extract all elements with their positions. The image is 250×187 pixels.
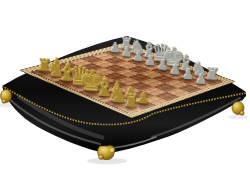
pawn-glyph: ♟	[181, 67, 194, 80]
pawn-glyph: ♟	[120, 46, 133, 59]
board-perspective: ♜♞♝♛♚♝♞♜♟♟♟♟♟♟♟♟♟♟♟♟♟♟♟♟♜♞♝♛♚♝♞♜	[0, 0, 250, 187]
chess-set-photo: ♜♞♝♛♚♝♞♜♟♟♟♟♟♟♟♟♟♟♟♟♟♟♟♟♜♞♝♛♚♝♞♜	[0, 0, 250, 187]
pawn-glyph: ♟	[195, 72, 209, 86]
chess-board: ♜♞♝♛♚♝♞♜♟♟♟♟♟♟♟♟♟♟♟♟♟♟♟♟♜♞♝♛♚♝♞♜	[19, 42, 236, 118]
pawn-glyph: ♟	[169, 63, 182, 76]
pieces-layer: ♜♞♝♛♚♝♞♜♟♟♟♟♟♟♟♟♟♟♟♟♟♟♟♟♜♞♝♛♚♝♞♜	[19, 42, 236, 118]
pawn-glyph: ♟	[109, 41, 121, 54]
pawn-glyph: ♟	[132, 50, 145, 63]
piece-silver-pawn-h7: ♟	[189, 80, 213, 89]
rook-glyph: ♜	[122, 92, 140, 110]
pawn-glyph: ♟	[156, 58, 169, 71]
pawn-glyph: ♟	[144, 54, 157, 67]
